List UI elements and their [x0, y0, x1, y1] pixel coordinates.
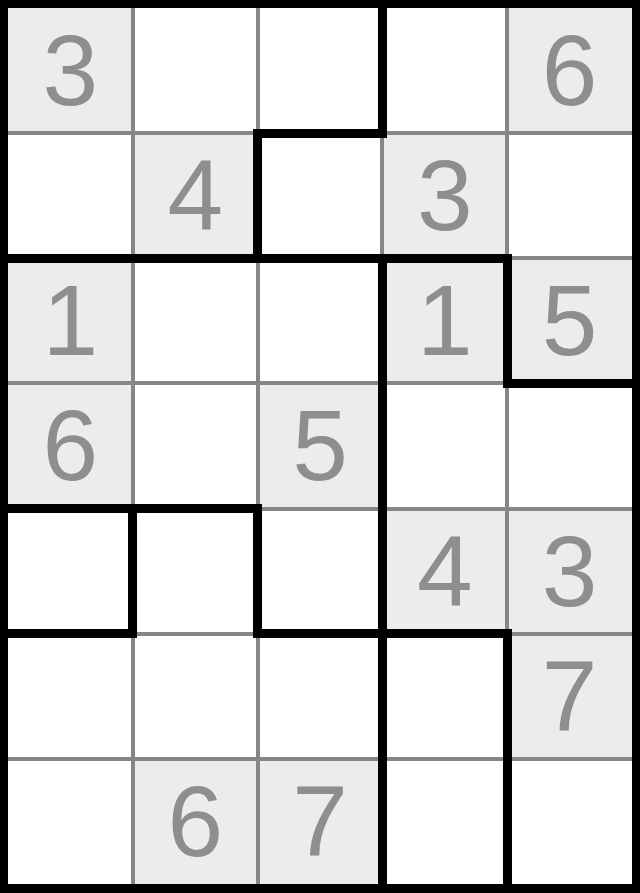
grid-line	[131, 8, 135, 884]
cell-r0c2[interactable]	[258, 8, 383, 133]
cell-r3c4[interactable]	[507, 383, 632, 508]
cell-r5c4[interactable]: 7	[507, 634, 632, 759]
given-digit: 6	[542, 13, 598, 128]
given-digit: 5	[292, 388, 348, 503]
given-digit: 7	[292, 764, 348, 879]
grid-line	[8, 757, 632, 761]
cell-r3c2[interactable]: 5	[258, 383, 383, 508]
cell-r2c3[interactable]: 1	[382, 258, 507, 383]
cell-r2c1[interactable]	[133, 258, 258, 383]
cage-border	[253, 629, 512, 638]
cage-border	[253, 129, 387, 138]
cage-border	[4, 254, 512, 263]
given-digit: 4	[167, 138, 223, 253]
given-digit: 1	[43, 263, 99, 378]
cell-r6c4[interactable]	[507, 759, 632, 884]
cell-r0c1[interactable]	[133, 8, 258, 133]
given-digit: 3	[417, 138, 473, 253]
cage-border	[4, 629, 138, 638]
cage-border	[503, 629, 512, 888]
cell-r4c0[interactable]	[8, 509, 133, 634]
cage-border	[503, 254, 512, 388]
given-digit: 3	[542, 514, 598, 629]
cage-border	[378, 254, 387, 889]
cell-r3c3[interactable]	[382, 383, 507, 508]
cell-r1c2[interactable]	[258, 133, 383, 258]
cell-r2c2[interactable]	[258, 258, 383, 383]
cell-r6c0[interactable]	[8, 759, 133, 884]
cage-border	[253, 504, 262, 638]
given-digit: 6	[167, 764, 223, 879]
given-digit: 4	[417, 514, 473, 629]
cell-r1c0[interactable]	[8, 133, 133, 258]
cell-r4c4[interactable]: 3	[507, 509, 632, 634]
suguru-board: 36431156543767	[0, 0, 640, 893]
cell-r5c2[interactable]	[258, 634, 383, 759]
cell-r4c3[interactable]: 4	[382, 509, 507, 634]
cell-r6c3[interactable]	[382, 759, 507, 884]
cell-r5c3[interactable]	[382, 634, 507, 759]
cell-r0c0[interactable]: 3	[8, 8, 133, 133]
cell-r2c0[interactable]: 1	[8, 258, 133, 383]
given-digit: 7	[542, 639, 598, 754]
cage-border	[4, 504, 263, 513]
cell-r1c4[interactable]	[507, 133, 632, 258]
given-digit: 1	[417, 263, 473, 378]
given-digit: 6	[43, 388, 99, 503]
cell-r0c4[interactable]: 6	[507, 8, 632, 133]
cell-r6c1[interactable]: 6	[133, 759, 258, 884]
cell-r5c0[interactable]	[8, 634, 133, 759]
cell-r4c2[interactable]	[258, 509, 383, 634]
cell-r6c2[interactable]: 7	[258, 759, 383, 884]
given-digit: 3	[43, 13, 99, 128]
cage-border	[378, 4, 387, 138]
cell-r0c3[interactable]	[382, 8, 507, 133]
cell-r2c4[interactable]: 5	[507, 258, 632, 383]
cell-r3c1[interactable]	[133, 383, 258, 508]
cage-border	[253, 129, 262, 263]
cell-r5c1[interactable]	[133, 634, 258, 759]
given-digit: 5	[542, 263, 598, 378]
cage-border	[503, 379, 637, 388]
cell-r3c0[interactable]: 6	[8, 383, 133, 508]
cage-border	[128, 504, 137, 638]
cell-r4c1[interactable]	[133, 509, 258, 634]
cell-r1c3[interactable]: 3	[382, 133, 507, 258]
cell-r1c1[interactable]: 4	[133, 133, 258, 258]
